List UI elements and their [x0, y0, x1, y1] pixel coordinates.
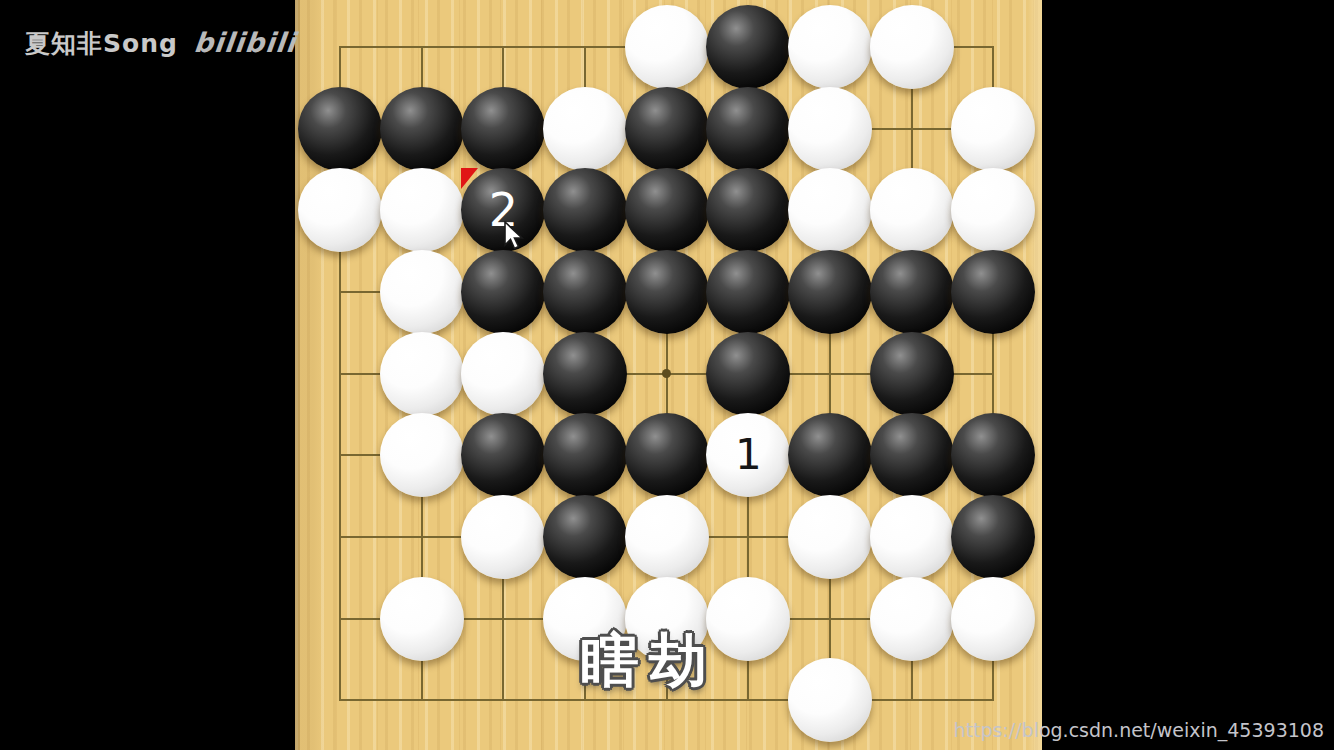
bilibili-logo: bilibili [192, 27, 297, 58]
stone-black[interactable] [870, 413, 954, 497]
stone-black[interactable] [951, 495, 1035, 579]
stone-black[interactable] [788, 413, 872, 497]
channel-credit: 夏知非Song bilibili [25, 27, 296, 60]
stone-white[interactable] [788, 87, 872, 171]
stone-black[interactable] [625, 168, 709, 252]
mouse-cursor [504, 221, 526, 251]
stone-black[interactable] [543, 413, 627, 497]
video-frame: 夏知非Song bilibili 瞎劫 21 https://blog.csdn… [0, 0, 1334, 750]
stone-white[interactable] [951, 87, 1035, 171]
hoshi-point [662, 369, 671, 378]
stone-white[interactable] [788, 168, 872, 252]
stone-black[interactable] [298, 87, 382, 171]
stone-white[interactable] [298, 168, 382, 252]
stone-black[interactable] [461, 413, 545, 497]
stone-black[interactable] [625, 413, 709, 497]
stone-black[interactable] [543, 495, 627, 579]
stone-black[interactable] [625, 87, 709, 171]
stone-white[interactable] [788, 495, 872, 579]
last-move-marker [461, 168, 478, 189]
stone-white[interactable] [380, 413, 464, 497]
stone-black[interactable] [461, 87, 545, 171]
stone-white[interactable] [870, 168, 954, 252]
stone-white[interactable] [951, 577, 1035, 661]
stone-black[interactable] [870, 250, 954, 334]
stone-white[interactable] [625, 495, 709, 579]
stone-white[interactable] [788, 658, 872, 742]
stone-black[interactable] [706, 332, 790, 416]
stone-white[interactable] [706, 577, 790, 661]
stone-white[interactable] [870, 5, 954, 89]
stone-white[interactable] [870, 495, 954, 579]
stone-black[interactable] [706, 168, 790, 252]
stone-white[interactable] [380, 250, 464, 334]
annotation-text: 瞎劫 [581, 622, 717, 700]
stone-black[interactable] [380, 87, 464, 171]
channel-name: 夏知非Song [25, 27, 178, 60]
stone-black[interactable] [543, 250, 627, 334]
stone-white[interactable] [380, 168, 464, 252]
stone-white[interactable] [788, 5, 872, 89]
stone-white[interactable] [380, 577, 464, 661]
stone-white[interactable] [870, 577, 954, 661]
stone-black[interactable] [870, 332, 954, 416]
stone-black[interactable] [543, 168, 627, 252]
go-board[interactable]: 瞎劫 21 [295, 0, 1042, 750]
stone-black[interactable] [543, 332, 627, 416]
stone-white[interactable] [625, 5, 709, 89]
stone-white[interactable] [951, 168, 1035, 252]
stone-white[interactable] [543, 87, 627, 171]
stone-black[interactable] [706, 5, 790, 89]
watermark-url: https://blog.csdn.net/weixin_45393108 [953, 719, 1324, 741]
stone-black[interactable] [788, 250, 872, 334]
stone-black[interactable] [706, 87, 790, 171]
stone-white[interactable] [461, 495, 545, 579]
stone-white[interactable] [461, 332, 545, 416]
stone-black[interactable] [951, 250, 1035, 334]
stone-black[interactable] [706, 250, 790, 334]
stone-white[interactable] [380, 332, 464, 416]
stone-black[interactable] [461, 250, 545, 334]
stone-white[interactable]: 1 [706, 413, 790, 497]
stone-black[interactable] [625, 250, 709, 334]
stone-black[interactable] [951, 413, 1035, 497]
move-number-label: 1 [735, 434, 762, 476]
